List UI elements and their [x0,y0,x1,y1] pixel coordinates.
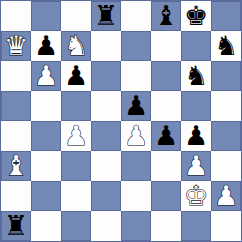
square-g1[interactable] [181,211,211,241]
piece-black-rook[interactable]: ♜ [94,2,118,29]
square-h3[interactable] [211,151,241,181]
chess-board: ♜♝♚♛♟♞♞♟♟♞♟♟♟♟♟♝♟♚♟♜ [0,0,242,242]
square-a7[interactable]: ♛ [1,31,31,61]
piece-white-pawn[interactable]: ♟ [214,182,238,209]
square-c1[interactable] [61,211,91,241]
square-d6[interactable] [91,61,121,91]
square-h4[interactable] [211,121,241,151]
square-c3[interactable] [61,151,91,181]
square-d7[interactable] [91,31,121,61]
square-b4[interactable] [31,121,61,151]
square-d8[interactable]: ♜ [91,1,121,31]
piece-black-pawn[interactable]: ♟ [184,122,208,149]
piece-white-bishop[interactable]: ♝ [4,152,28,179]
square-g5[interactable] [181,91,211,121]
square-f4[interactable]: ♟ [151,121,181,151]
piece-black-bishop[interactable]: ♝ [154,2,178,29]
square-e7[interactable] [121,31,151,61]
square-f2[interactable] [151,181,181,211]
square-b1[interactable] [31,211,61,241]
square-h8[interactable] [211,1,241,31]
piece-black-king[interactable]: ♚ [184,2,208,29]
square-d5[interactable] [91,91,121,121]
piece-white-pawn[interactable]: ♟ [64,122,88,149]
square-c5[interactable] [61,91,91,121]
piece-black-knight[interactable]: ♞ [184,62,208,89]
square-f3[interactable] [151,151,181,181]
piece-black-pawn[interactable]: ♟ [34,32,58,59]
square-d1[interactable] [91,211,121,241]
square-a8[interactable] [1,1,31,31]
piece-black-knight[interactable]: ♞ [214,32,238,59]
piece-white-pawn[interactable]: ♟ [34,62,58,89]
piece-white-knight[interactable]: ♞ [64,32,88,59]
square-b6[interactable]: ♟ [31,61,61,91]
piece-black-pawn[interactable]: ♟ [64,62,88,89]
square-b7[interactable]: ♟ [31,31,61,61]
square-c6[interactable]: ♟ [61,61,91,91]
square-g3[interactable]: ♟ [181,151,211,181]
square-g2[interactable]: ♚ [181,181,211,211]
square-d2[interactable] [91,181,121,211]
square-b2[interactable] [31,181,61,211]
piece-white-king[interactable]: ♚ [184,182,208,209]
square-a1[interactable]: ♜ [1,211,31,241]
square-e1[interactable] [121,211,151,241]
square-d3[interactable] [91,151,121,181]
square-h6[interactable] [211,61,241,91]
square-f7[interactable] [151,31,181,61]
square-h7[interactable]: ♞ [211,31,241,61]
square-a6[interactable] [1,61,31,91]
square-e3[interactable] [121,151,151,181]
piece-black-pawn[interactable]: ♟ [154,122,178,149]
square-c7[interactable]: ♞ [61,31,91,61]
square-c8[interactable] [61,1,91,31]
piece-black-rook[interactable]: ♜ [4,212,28,239]
square-h2[interactable]: ♟ [211,181,241,211]
square-c4[interactable]: ♟ [61,121,91,151]
square-f8[interactable]: ♝ [151,1,181,31]
square-e4[interactable]: ♟ [121,121,151,151]
square-g4[interactable]: ♟ [181,121,211,151]
square-e5[interactable]: ♟ [121,91,151,121]
square-b5[interactable] [31,91,61,121]
square-d4[interactable] [91,121,121,151]
square-g6[interactable]: ♞ [181,61,211,91]
square-e8[interactable] [121,1,151,31]
square-f5[interactable] [151,91,181,121]
square-e6[interactable] [121,61,151,91]
piece-white-pawn[interactable]: ♟ [124,122,148,149]
piece-white-pawn[interactable]: ♟ [184,152,208,179]
square-a2[interactable] [1,181,31,211]
piece-white-queen[interactable]: ♛ [4,32,28,59]
square-h5[interactable] [211,91,241,121]
square-b8[interactable] [31,1,61,31]
square-g8[interactable]: ♚ [181,1,211,31]
square-h1[interactable] [211,211,241,241]
square-b3[interactable] [31,151,61,181]
square-f1[interactable] [151,211,181,241]
square-e2[interactable] [121,181,151,211]
square-a3[interactable]: ♝ [1,151,31,181]
square-a4[interactable] [1,121,31,151]
piece-black-pawn[interactable]: ♟ [124,92,148,119]
square-c2[interactable] [61,181,91,211]
square-a5[interactable] [1,91,31,121]
square-f6[interactable] [151,61,181,91]
square-g7[interactable] [181,31,211,61]
